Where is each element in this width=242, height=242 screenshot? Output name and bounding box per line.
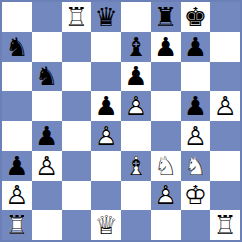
square-g7[interactable]: ♟ <box>181 32 211 62</box>
square-a7[interactable]: ♞ <box>2 32 32 62</box>
square-c5[interactable] <box>62 91 92 121</box>
black-knight-b6[interactable]: ♞ <box>32 62 62 92</box>
white-knight-f3[interactable]: ♘ <box>151 151 181 181</box>
square-e2[interactable] <box>121 181 151 211</box>
square-a1[interactable]: ♜♖ <box>2 210 32 240</box>
square-e4[interactable] <box>121 121 151 151</box>
square-b5[interactable] <box>32 91 62 121</box>
black-pawn-a3[interactable]: ♟ <box>2 151 32 181</box>
square-c2[interactable] <box>62 181 92 211</box>
black-rook-f8[interactable]: ♜ <box>151 2 181 32</box>
square-f7[interactable]: ♟ <box>151 32 181 62</box>
square-h5[interactable]: ♟♙ <box>210 91 240 121</box>
white-rook-c8[interactable]: ♖ <box>62 2 92 32</box>
square-e3[interactable]: ♝♗ <box>121 151 151 181</box>
black-pawn-g5[interactable]: ♟ <box>181 91 211 121</box>
black-pawn-b4[interactable]: ♟ <box>32 121 62 151</box>
square-g4[interactable]: ♟♙ <box>181 121 211 151</box>
square-d1[interactable]: ♛♕ <box>91 210 121 240</box>
black-pawn-e6[interactable]: ♟ <box>121 62 151 92</box>
square-e8[interactable] <box>121 2 151 32</box>
square-f8[interactable]: ♜ <box>151 2 181 32</box>
square-c4[interactable] <box>62 121 92 151</box>
square-h7[interactable] <box>210 32 240 62</box>
square-f4[interactable] <box>151 121 181 151</box>
black-pawn-d5[interactable]: ♟ <box>91 91 121 121</box>
square-f3[interactable]: ♞♘ <box>151 151 181 181</box>
square-a8[interactable] <box>2 2 32 32</box>
black-knight-a7[interactable]: ♞ <box>2 32 32 62</box>
square-g2[interactable]: ♚♔ <box>181 181 211 211</box>
square-b6[interactable]: ♞ <box>32 62 62 92</box>
black-queen-d8[interactable]: ♛ <box>91 2 121 32</box>
square-b7[interactable] <box>32 32 62 62</box>
square-f2[interactable]: ♟♙ <box>151 181 181 211</box>
square-c8[interactable]: ♜♖ <box>62 2 92 32</box>
black-king-g8[interactable]: ♚ <box>181 2 211 32</box>
white-pawn-f2[interactable]: ♙ <box>151 181 181 211</box>
chess-board: ♜♖♛♜♚♞♝♟♟♞♟♟♟♙♟♟♙♟♟♙♟♙♟♟♙♝♗♞♘♞♘♟♙♟♙♚♔♜♖♛… <box>0 0 242 242</box>
square-a2[interactable]: ♟♙ <box>2 181 32 211</box>
white-pawn-e5[interactable]: ♙ <box>121 91 151 121</box>
square-h1[interactable]: ♜♖ <box>210 210 240 240</box>
square-c3[interactable] <box>62 151 92 181</box>
square-a4[interactable] <box>2 121 32 151</box>
square-d6[interactable] <box>91 62 121 92</box>
white-bishop-e3[interactable]: ♗ <box>121 151 151 181</box>
square-d8[interactable]: ♛ <box>91 2 121 32</box>
square-b4[interactable]: ♟ <box>32 121 62 151</box>
square-d7[interactable] <box>91 32 121 62</box>
square-d2[interactable] <box>91 181 121 211</box>
square-f6[interactable] <box>151 62 181 92</box>
square-g3[interactable]: ♞♘ <box>181 151 211 181</box>
square-b8[interactable] <box>32 2 62 32</box>
white-pawn-a2[interactable]: ♙ <box>2 181 32 211</box>
square-e7[interactable]: ♝ <box>121 32 151 62</box>
square-d4[interactable]: ♟♙ <box>91 121 121 151</box>
square-h3[interactable] <box>210 151 240 181</box>
square-e6[interactable]: ♟ <box>121 62 151 92</box>
square-a5[interactable] <box>2 91 32 121</box>
square-b2[interactable] <box>32 181 62 211</box>
white-pawn-h5[interactable]: ♙ <box>210 91 240 121</box>
square-h4[interactable] <box>210 121 240 151</box>
square-e1[interactable] <box>121 210 151 240</box>
square-e5[interactable]: ♟♙ <box>121 91 151 121</box>
white-rook-h1[interactable]: ♖ <box>210 210 240 240</box>
square-h8[interactable] <box>210 2 240 32</box>
square-g6[interactable] <box>181 62 211 92</box>
black-bishop-e7[interactable]: ♝ <box>121 32 151 62</box>
square-a3[interactable]: ♟ <box>2 151 32 181</box>
square-c6[interactable] <box>62 62 92 92</box>
square-c1[interactable] <box>62 210 92 240</box>
square-b3[interactable]: ♟♙ <box>32 151 62 181</box>
square-g5[interactable]: ♟ <box>181 91 211 121</box>
white-king-g2[interactable]: ♔ <box>181 181 211 211</box>
square-h6[interactable] <box>210 62 240 92</box>
square-c7[interactable] <box>62 32 92 62</box>
square-g1[interactable] <box>181 210 211 240</box>
white-rook-a1[interactable]: ♖ <box>2 210 32 240</box>
square-f1[interactable] <box>151 210 181 240</box>
white-pawn-d4[interactable]: ♙ <box>91 121 121 151</box>
square-h2[interactable] <box>210 181 240 211</box>
black-pawn-g7[interactable]: ♟ <box>181 32 211 62</box>
black-pawn-f7[interactable]: ♟ <box>151 32 181 62</box>
square-d3[interactable] <box>91 151 121 181</box>
square-f5[interactable] <box>151 91 181 121</box>
white-queen-d1[interactable]: ♕ <box>91 210 121 240</box>
square-d5[interactable]: ♟ <box>91 91 121 121</box>
white-pawn-b3[interactable]: ♙ <box>32 151 62 181</box>
square-g8[interactable]: ♚ <box>181 2 211 32</box>
white-knight-g3[interactable]: ♘ <box>181 151 211 181</box>
square-a6[interactable] <box>2 62 32 92</box>
square-b1[interactable] <box>32 210 62 240</box>
white-pawn-g4[interactable]: ♙ <box>181 121 211 151</box>
